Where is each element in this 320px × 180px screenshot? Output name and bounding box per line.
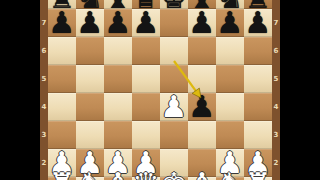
black-pawn[interactable]: ♟ [48, 9, 76, 37]
square-e4[interactable]: ♟ [160, 93, 188, 121]
square-b4[interactable] [76, 93, 104, 121]
square-b7[interactable]: ♟ [76, 9, 104, 37]
white-rook[interactable]: ♜ [244, 170, 272, 180]
square-b6[interactable] [76, 37, 104, 65]
rank-label-right-7: 7 [272, 9, 280, 37]
square-a1[interactable]: ♜ [48, 177, 76, 180]
square-e1[interactable]: ♚ [160, 177, 188, 180]
square-c6[interactable] [104, 37, 132, 65]
rank-label-left-1: 1 [40, 177, 48, 180]
rank-label-right-2: 2 [272, 149, 280, 177]
white-bishop[interactable]: ♝ [188, 170, 216, 180]
rank-label-right-3: 3 [272, 121, 280, 149]
white-rook[interactable]: ♜ [48, 170, 76, 180]
rank-label-left-6: 6 [40, 37, 48, 65]
square-d1[interactable]: ♛ [132, 177, 160, 180]
square-d7[interactable]: ♟ [132, 9, 160, 37]
square-c4[interactable] [104, 93, 132, 121]
square-h4[interactable] [244, 93, 272, 121]
square-f6[interactable] [188, 37, 216, 65]
black-pawn[interactable]: ♟ [132, 9, 160, 37]
rank-label-left-4: 4 [40, 93, 48, 121]
white-king[interactable]: ♚ [160, 170, 188, 180]
chess-app-screen: ♜♞♝♛♚♝♞♜♟♟♟♟♟♟♟♟♟♟♟♟♟♟♟♜♞♝♛♚♝♞♜ 88776655… [0, 0, 320, 180]
black-pawn[interactable]: ♟ [244, 9, 272, 37]
black-pawn[interactable]: ♟ [104, 9, 132, 37]
square-d5[interactable] [132, 65, 160, 93]
square-e3[interactable] [160, 121, 188, 149]
rank-label-right-4: 4 [272, 93, 280, 121]
square-h5[interactable] [244, 65, 272, 93]
rank-label-right-1: 1 [272, 177, 280, 180]
square-c7[interactable]: ♟ [104, 9, 132, 37]
square-d6[interactable] [132, 37, 160, 65]
square-a5[interactable] [48, 65, 76, 93]
square-h1[interactable]: ♜ [244, 177, 272, 180]
white-pawn[interactable]: ♟ [160, 93, 188, 121]
square-h7[interactable]: ♟ [244, 9, 272, 37]
white-knight[interactable]: ♞ [216, 170, 244, 180]
board-grid: ♜♞♝♛♚♝♞♜♟♟♟♟♟♟♟♟♟♟♟♟♟♟♟♜♞♝♛♚♝♞♜ [48, 0, 272, 180]
rank-label-right-8: 8 [272, 0, 280, 9]
black-pawn[interactable]: ♟ [188, 93, 216, 121]
rank-label-left-8: 8 [40, 0, 48, 9]
square-e8[interactable]: ♚ [160, 0, 188, 9]
black-pawn[interactable]: ♟ [216, 9, 244, 37]
square-g1[interactable]: ♞ [216, 177, 244, 180]
rank-label-right-5: 5 [272, 65, 280, 93]
white-bishop[interactable]: ♝ [104, 170, 132, 180]
square-h6[interactable] [244, 37, 272, 65]
square-g6[interactable] [216, 37, 244, 65]
black-pawn[interactable]: ♟ [188, 9, 216, 37]
square-g4[interactable] [216, 93, 244, 121]
square-a4[interactable] [48, 93, 76, 121]
square-c1[interactable]: ♝ [104, 177, 132, 180]
square-e6[interactable] [160, 37, 188, 65]
square-e7[interactable] [160, 9, 188, 37]
square-g5[interactable] [216, 65, 244, 93]
square-d4[interactable] [132, 93, 160, 121]
rank-label-left-2: 2 [40, 149, 48, 177]
square-a6[interactable] [48, 37, 76, 65]
rank-label-left-7: 7 [40, 9, 48, 37]
chess-board: ♜♞♝♛♚♝♞♜♟♟♟♟♟♟♟♟♟♟♟♟♟♟♟♜♞♝♛♚♝♞♜ 88776655… [40, 0, 280, 180]
square-f4[interactable]: ♟ [188, 93, 216, 121]
square-f1[interactable]: ♝ [188, 177, 216, 180]
square-f7[interactable]: ♟ [188, 9, 216, 37]
square-f3[interactable] [188, 121, 216, 149]
white-queen[interactable]: ♛ [132, 170, 160, 180]
rank-label-right-6: 6 [272, 37, 280, 65]
square-g7[interactable]: ♟ [216, 9, 244, 37]
rank-label-left-5: 5 [40, 65, 48, 93]
square-c5[interactable] [104, 65, 132, 93]
black-pawn[interactable]: ♟ [76, 9, 104, 37]
square-a7[interactable]: ♟ [48, 9, 76, 37]
white-knight[interactable]: ♞ [76, 170, 104, 180]
square-b5[interactable] [76, 65, 104, 93]
rank-label-left-3: 3 [40, 121, 48, 149]
square-b1[interactable]: ♞ [76, 177, 104, 180]
